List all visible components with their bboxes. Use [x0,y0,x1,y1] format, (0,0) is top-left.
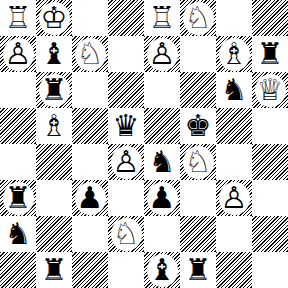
square-g6[interactable]: ♞ [216,72,252,108]
square-h8[interactable] [252,0,288,36]
piece-white-knight: ♘ [75,38,106,71]
piece-white-king: ♔ [39,2,70,35]
square-d6[interactable] [108,72,144,108]
square-b3[interactable] [36,180,72,216]
square-b5[interactable]: ♗ [36,108,72,144]
square-d3[interactable] [108,180,144,216]
piece-white-knight: ♘ [183,146,214,179]
piece-white-pawn: ♙ [3,38,34,71]
piece-black-rook: ♜ [3,182,34,215]
square-d7[interactable] [108,36,144,72]
square-g5[interactable] [216,108,252,144]
piece-black-knight: ♞ [147,146,178,179]
piece-black-rook: ♜ [183,254,214,287]
square-c4[interactable] [72,144,108,180]
square-b4[interactable] [36,144,72,180]
square-c2[interactable] [72,216,108,252]
square-e6[interactable] [144,72,180,108]
square-d2[interactable]: ♘ [108,216,144,252]
square-f1[interactable]: ♜ [180,252,216,288]
square-b1[interactable]: ♜ [36,252,72,288]
piece-black-rook: ♜ [39,254,70,287]
square-g8[interactable] [216,0,252,36]
piece-black-pawn: ♟ [147,182,178,215]
square-c1[interactable] [72,252,108,288]
square-d4[interactable]: ♙ [108,144,144,180]
piece-white-knight: ♘ [111,218,142,251]
square-g2[interactable] [216,216,252,252]
square-h4[interactable] [252,144,288,180]
piece-white-pawn: ♙ [219,182,250,215]
square-c3[interactable]: ♟ [72,180,108,216]
piece-black-bishop: ♝ [39,38,70,71]
piece-black-bishop: ♝ [147,254,178,287]
square-f6[interactable] [180,72,216,108]
square-h7[interactable]: ♜ [252,36,288,72]
square-a3[interactable]: ♜ [0,180,36,216]
chess-board: ♖♔♖♘♙♝♘♙♗♜♜♞♕♗♛♚♙♞♘♜♟♟♙♞♘♜♝♜ [0,0,288,288]
square-e1[interactable]: ♝ [144,252,180,288]
square-e4[interactable]: ♞ [144,144,180,180]
square-h3[interactable] [252,180,288,216]
square-a5[interactable] [0,108,36,144]
square-c5[interactable] [72,108,108,144]
square-d1[interactable] [108,252,144,288]
square-e7[interactable]: ♙ [144,36,180,72]
square-b6[interactable]: ♜ [36,72,72,108]
piece-black-knight: ♞ [3,218,34,251]
piece-black-rook: ♜ [39,74,70,107]
piece-white-bishop: ♗ [39,110,70,143]
square-e8[interactable]: ♖ [144,0,180,36]
piece-white-rook: ♖ [147,2,178,35]
piece-black-pawn: ♟ [75,182,106,215]
square-f2[interactable] [180,216,216,252]
square-b7[interactable]: ♝ [36,36,72,72]
square-h5[interactable] [252,108,288,144]
piece-black-queen: ♛ [111,110,142,143]
square-f4[interactable]: ♘ [180,144,216,180]
piece-white-pawn: ♙ [147,38,178,71]
square-f8[interactable]: ♘ [180,0,216,36]
square-f5[interactable]: ♚ [180,108,216,144]
square-h6[interactable]: ♕ [252,72,288,108]
square-g7[interactable]: ♗ [216,36,252,72]
square-g3[interactable]: ♙ [216,180,252,216]
piece-black-knight: ♞ [219,74,250,107]
square-a7[interactable]: ♙ [0,36,36,72]
square-f7[interactable] [180,36,216,72]
piece-white-queen: ♕ [255,74,286,107]
square-d8[interactable] [108,0,144,36]
square-f3[interactable] [180,180,216,216]
square-h2[interactable] [252,216,288,252]
piece-black-king: ♚ [183,110,214,143]
square-a6[interactable] [0,72,36,108]
square-g4[interactable] [216,144,252,180]
square-c6[interactable] [72,72,108,108]
square-b8[interactable]: ♔ [36,0,72,36]
piece-white-knight: ♘ [183,2,214,35]
square-e2[interactable] [144,216,180,252]
piece-white-rook: ♖ [3,2,34,35]
square-e5[interactable] [144,108,180,144]
square-a8[interactable]: ♖ [0,0,36,36]
square-c8[interactable] [72,0,108,36]
square-a4[interactable] [0,144,36,180]
square-d5[interactable]: ♛ [108,108,144,144]
piece-white-pawn: ♙ [111,146,142,179]
square-b2[interactable] [36,216,72,252]
piece-white-bishop: ♗ [219,38,250,71]
piece-black-rook: ♜ [255,38,286,71]
square-e3[interactable]: ♟ [144,180,180,216]
square-g1[interactable] [216,252,252,288]
square-c7[interactable]: ♘ [72,36,108,72]
square-a2[interactable]: ♞ [0,216,36,252]
square-a1[interactable] [0,252,36,288]
square-h1[interactable] [252,252,288,288]
